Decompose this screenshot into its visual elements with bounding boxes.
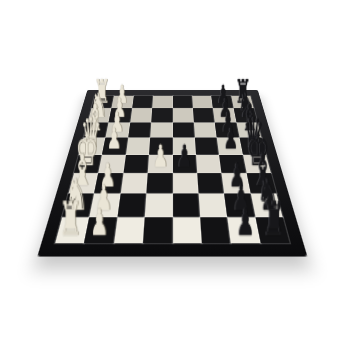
square-h3[interactable] <box>114 217 145 243</box>
board-scene: ♜♟♟♜♞♟♟♞♝♟♟♝♛♟♟♛♚♟♟♚♝♟♟♝♞♟♟♞♜♟♟♜ <box>0 0 350 350</box>
square-d6[interactable] <box>195 138 219 155</box>
square-a4[interactable] <box>152 96 172 109</box>
square-h4[interactable] <box>143 217 172 243</box>
piece-white-pawn-e4: ♟ <box>152 142 167 172</box>
square-g5[interactable] <box>172 194 200 217</box>
square-h8[interactable]: ♜ <box>255 217 290 243</box>
square-f6[interactable] <box>197 173 224 194</box>
square-b5[interactable] <box>173 108 194 122</box>
chessboard: ♜♟♟♜♞♟♟♞♝♟♟♝♛♟♟♛♚♟♟♚♝♟♟♝♞♟♟♞♜♟♟♜ <box>37 90 307 256</box>
piece-black-pawn-h7: ♟ <box>236 206 254 242</box>
square-a3[interactable] <box>132 96 153 109</box>
piece-black-pawn-d7: ♟ <box>223 125 238 154</box>
square-g4[interactable] <box>145 194 173 217</box>
square-e3[interactable] <box>123 155 149 174</box>
square-c3[interactable] <box>128 122 151 137</box>
square-f5[interactable] <box>172 173 198 194</box>
square-c4[interactable] <box>150 122 172 137</box>
square-h2[interactable]: ♟ <box>84 217 117 243</box>
square-e5[interactable]: ♟ <box>172 155 197 174</box>
square-e6[interactable] <box>196 155 222 174</box>
board-grid: ♜♟♟♜♞♟♟♞♝♟♟♝♛♟♟♛♚♟♟♚♝♟♟♝♞♟♟♞♜♟♟♜ <box>55 96 289 243</box>
piece-white-rook-h1: ♜ <box>58 195 82 242</box>
square-c6[interactable] <box>194 122 217 137</box>
square-f3[interactable] <box>120 173 147 194</box>
square-e4[interactable]: ♟ <box>148 155 173 174</box>
piece-black-pawn-e5: ♟ <box>177 142 192 172</box>
square-d3[interactable] <box>126 138 151 155</box>
square-g6[interactable] <box>198 194 227 217</box>
square-d2[interactable]: ♟ <box>102 138 128 155</box>
square-g3[interactable] <box>117 194 146 217</box>
piece-white-pawn-d2: ♟ <box>107 125 122 154</box>
square-h5[interactable] <box>172 217 201 243</box>
square-a5[interactable] <box>173 96 193 109</box>
square-a6[interactable] <box>192 96 213 109</box>
piece-black-rook-h8: ♜ <box>263 195 287 242</box>
piece-white-pawn-h2: ♟ <box>90 206 108 242</box>
square-b3[interactable] <box>130 108 152 122</box>
square-b6[interactable] <box>193 108 215 122</box>
square-b4[interactable] <box>151 108 172 122</box>
square-f4[interactable] <box>146 173 172 194</box>
square-c5[interactable] <box>173 122 195 137</box>
square-h6[interactable] <box>200 217 231 243</box>
